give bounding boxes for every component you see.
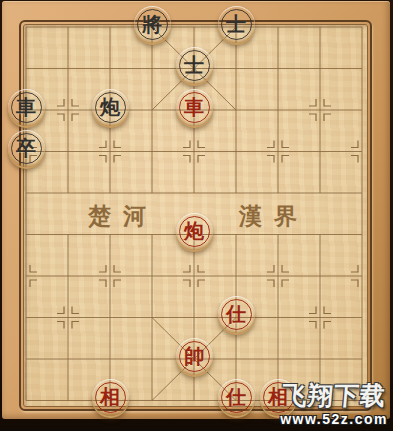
piece-character: 士 xyxy=(184,55,204,76)
piece-red-advisor-2[interactable]: 仕 xyxy=(218,379,255,416)
piece-red-general[interactable]: 帥 xyxy=(176,338,213,375)
piece-character: 士 xyxy=(226,14,246,35)
piece-character: 卒 xyxy=(16,138,36,159)
piece-character: 炮 xyxy=(184,221,204,242)
piece-character: 將 xyxy=(142,14,162,35)
piece-red-elephant-1[interactable]: 相 xyxy=(92,379,129,416)
piece-character: 炮 xyxy=(100,97,120,118)
piece-character: 車 xyxy=(184,97,204,118)
piece-character: 相 xyxy=(268,387,288,408)
piece-character: 相 xyxy=(100,387,120,408)
piece-black-soldier[interactable]: 卒 xyxy=(8,130,45,167)
piece-character: 仕 xyxy=(226,304,246,325)
xiangqi-app-screen: 楚河 漢界 將士士車炮車卒炮仕帥相仕相 飞翔下载 www.52z.com xyxy=(0,0,393,431)
piece-black-chariot[interactable]: 車 xyxy=(8,89,45,126)
piece-character: 車 xyxy=(16,97,36,118)
piece-character: 帥 xyxy=(184,346,204,367)
pieces-layer: 將士士車炮車卒炮仕帥相仕相 xyxy=(0,0,393,431)
piece-black-cannon[interactable]: 炮 xyxy=(92,89,129,126)
piece-black-advisor-1[interactable]: 士 xyxy=(218,6,255,43)
piece-black-advisor-2[interactable]: 士 xyxy=(176,47,213,84)
piece-character: 仕 xyxy=(226,387,246,408)
piece-red-cannon[interactable]: 炮 xyxy=(176,213,213,250)
piece-red-advisor-1[interactable]: 仕 xyxy=(218,296,255,333)
piece-black-general[interactable]: 將 xyxy=(134,6,171,43)
piece-red-elephant-2[interactable]: 相 xyxy=(260,379,297,416)
piece-red-chariot[interactable]: 車 xyxy=(176,89,213,126)
